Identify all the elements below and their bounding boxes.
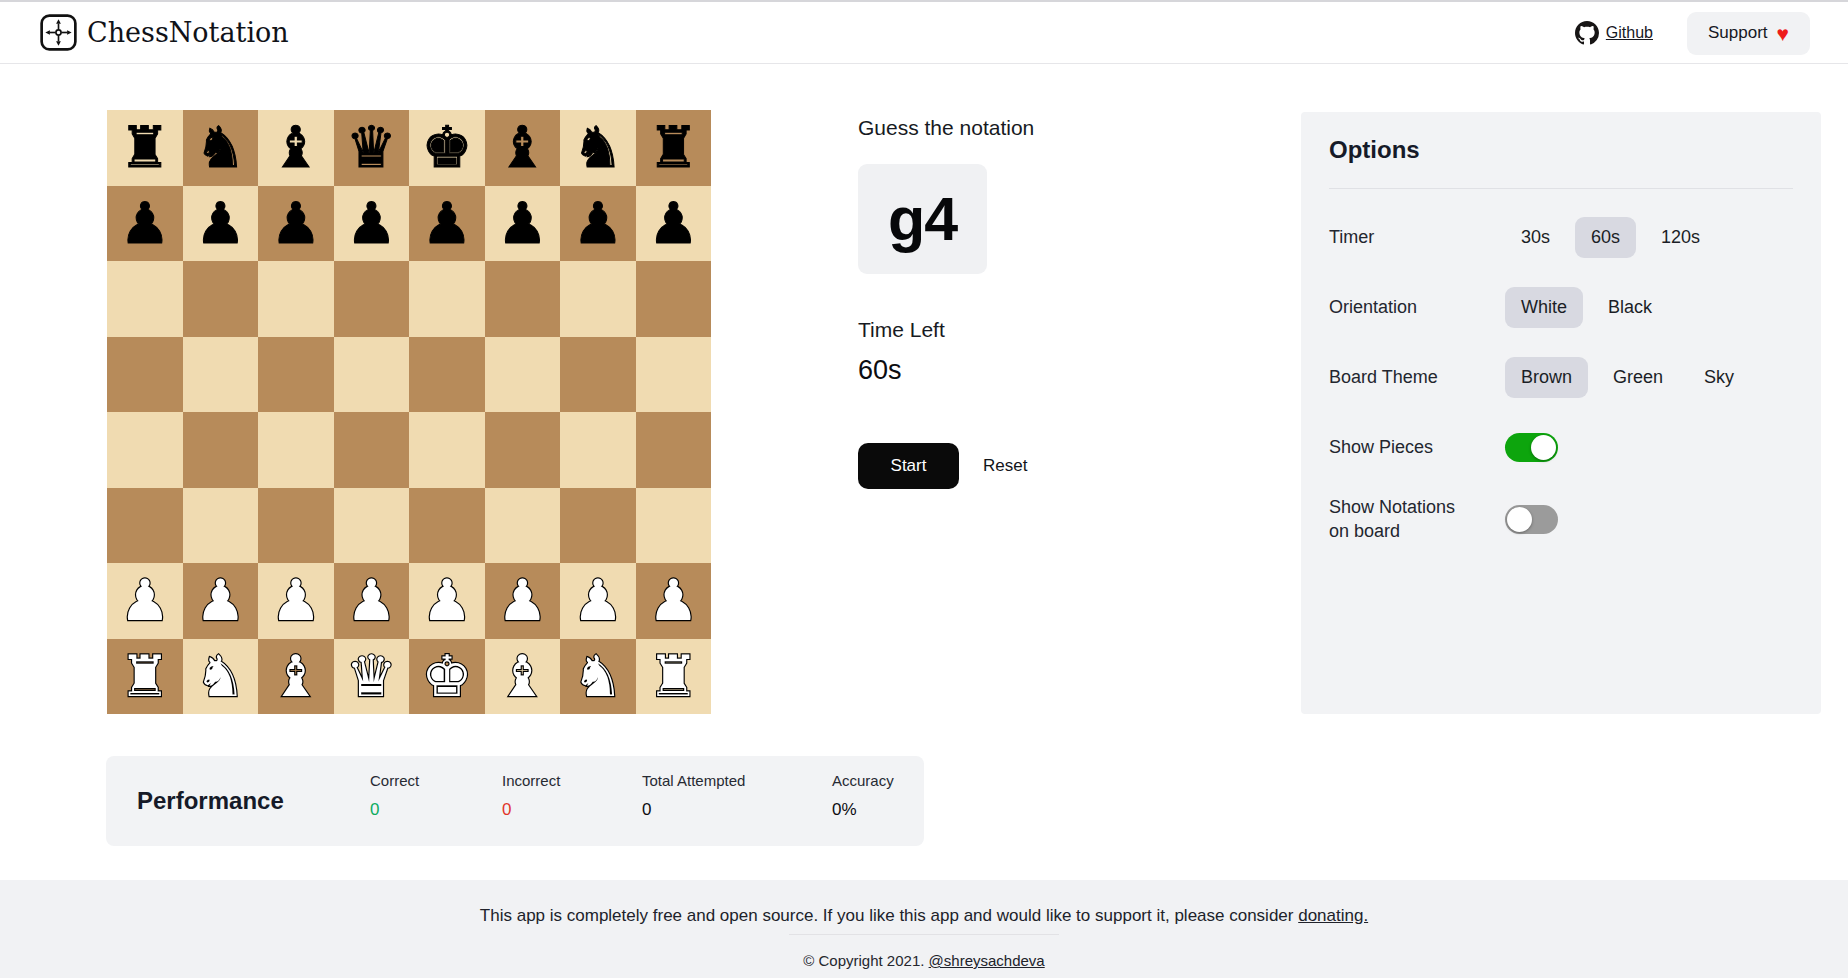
- black-pawn-piece: ♟: [572, 195, 623, 252]
- square-a6[interactable]: [107, 261, 183, 337]
- square-g6[interactable]: [560, 261, 636, 337]
- square-f5[interactable]: [485, 337, 561, 413]
- white-bishop-piece: ♝: [270, 648, 321, 705]
- white-rook-piece: ♜: [119, 648, 170, 705]
- time-left-value: 60s: [858, 355, 1138, 386]
- orientation-choice-white[interactable]: White: [1505, 287, 1583, 328]
- square-d8[interactable]: ♛: [334, 110, 410, 186]
- move-arrows-logo-icon: [40, 14, 77, 51]
- board-theme-label: Board Theme: [1329, 365, 1505, 389]
- app-title: ChessNotation: [87, 17, 289, 48]
- square-e5[interactable]: [409, 337, 485, 413]
- options-panel: Options Timer 30s 60s 120s Orientation W…: [1301, 112, 1821, 714]
- black-rook-piece: ♜: [648, 119, 699, 176]
- show-pieces-label: Show Pieces: [1329, 435, 1505, 459]
- toggle-knob: [1531, 435, 1556, 460]
- black-pawn-piece: ♟: [270, 195, 321, 252]
- square-g5[interactable]: [560, 337, 636, 413]
- square-f3[interactable]: [485, 488, 561, 564]
- stat-accuracy: Accuracy 0%: [832, 772, 894, 820]
- notation-to-guess: g4: [888, 184, 957, 254]
- square-d2[interactable]: ♟: [334, 563, 410, 639]
- square-b8[interactable]: ♞: [183, 110, 259, 186]
- square-f6[interactable]: [485, 261, 561, 337]
- black-bishop-piece: ♝: [497, 119, 548, 176]
- chess-board: ♜♞♝♛♚♝♞♜♟♟♟♟♟♟♟♟♟♟♟♟♟♟♟♟♜♞♝♛♚♝♞♜: [107, 110, 711, 714]
- square-b2[interactable]: ♟: [183, 563, 259, 639]
- support-button-label: Support: [1708, 23, 1768, 43]
- github-icon: [1575, 21, 1599, 45]
- app-logo[interactable]: ChessNotation: [40, 14, 289, 51]
- white-pawn-piece: ♟: [270, 572, 321, 629]
- author-link[interactable]: @shreysachdeva: [929, 952, 1045, 969]
- heart-icon: ♥: [1777, 23, 1789, 44]
- board-theme-choice-sky[interactable]: Sky: [1688, 357, 1750, 398]
- square-c4[interactable]: [258, 412, 334, 488]
- stat-incorrect: Incorrect 0: [502, 772, 560, 820]
- board-theme-choice-brown[interactable]: Brown: [1505, 357, 1588, 398]
- square-a3[interactable]: [107, 488, 183, 564]
- square-e4[interactable]: [409, 412, 485, 488]
- square-e8[interactable]: ♚: [409, 110, 485, 186]
- black-bishop-piece: ♝: [270, 119, 321, 176]
- stat-accuracy-value: 0%: [832, 800, 894, 820]
- square-g4[interactable]: [560, 412, 636, 488]
- square-a4[interactable]: [107, 412, 183, 488]
- square-b5[interactable]: [183, 337, 259, 413]
- square-c8[interactable]: ♝: [258, 110, 334, 186]
- square-h1[interactable]: ♜: [636, 639, 712, 715]
- orientation-label: Orientation: [1329, 295, 1505, 319]
- copyright-text: © Copyright 2021.: [803, 952, 928, 969]
- stat-total-attempted-value: 0: [642, 800, 745, 820]
- footer-message: This app is completely free and open sou…: [480, 906, 1298, 925]
- square-c3[interactable]: [258, 488, 334, 564]
- stat-incorrect-value: 0: [502, 800, 560, 820]
- black-queen-piece: ♛: [346, 119, 397, 176]
- square-e6[interactable]: [409, 261, 485, 337]
- options-title: Options: [1329, 136, 1793, 164]
- quiz-prompt: Guess the notation: [858, 116, 1138, 140]
- footer-divider: [789, 934, 1059, 935]
- square-a1[interactable]: ♜: [107, 639, 183, 715]
- square-h5[interactable]: [636, 337, 712, 413]
- square-d4[interactable]: [334, 412, 410, 488]
- github-link[interactable]: Github: [1575, 21, 1653, 45]
- square-h8[interactable]: ♜: [636, 110, 712, 186]
- white-pawn-piece: ♟: [421, 572, 472, 629]
- square-e7[interactable]: ♟: [409, 186, 485, 262]
- stat-correct-value: 0: [370, 800, 419, 820]
- black-knight-piece: ♞: [572, 119, 623, 176]
- square-a8[interactable]: ♜: [107, 110, 183, 186]
- square-c5[interactable]: [258, 337, 334, 413]
- square-f7[interactable]: ♟: [485, 186, 561, 262]
- white-knight-piece: ♞: [195, 648, 246, 705]
- board-theme-option-row: Board Theme Brown Green Sky: [1329, 355, 1793, 399]
- square-g8[interactable]: ♞: [560, 110, 636, 186]
- support-button[interactable]: Support ♥: [1687, 12, 1810, 55]
- stat-accuracy-label: Accuracy: [832, 772, 894, 789]
- black-rook-piece: ♜: [119, 119, 170, 176]
- square-c1[interactable]: ♝: [258, 639, 334, 715]
- show-notations-toggle[interactable]: [1505, 505, 1558, 534]
- black-pawn-piece: ♟: [497, 195, 548, 252]
- timer-choice-30s[interactable]: 30s: [1505, 217, 1566, 258]
- reset-button[interactable]: Reset: [983, 456, 1027, 476]
- black-knight-piece: ♞: [195, 119, 246, 176]
- white-pawn-piece: ♟: [648, 572, 699, 629]
- square-h7[interactable]: ♟: [636, 186, 712, 262]
- square-f1[interactable]: ♝: [485, 639, 561, 715]
- square-b4[interactable]: [183, 412, 259, 488]
- square-h3[interactable]: [636, 488, 712, 564]
- square-b1[interactable]: ♞: [183, 639, 259, 715]
- square-b7[interactable]: ♟: [183, 186, 259, 262]
- header: ChessNotation Github Support ♥: [0, 2, 1848, 64]
- square-g3[interactable]: [560, 488, 636, 564]
- stat-correct-label: Correct: [370, 772, 419, 789]
- square-h4[interactable]: [636, 412, 712, 488]
- stat-correct: Correct 0: [370, 772, 419, 820]
- white-pawn-piece: ♟: [346, 572, 397, 629]
- square-d5[interactable]: [334, 337, 410, 413]
- donate-link[interactable]: donating.: [1298, 906, 1368, 925]
- show-pieces-toggle[interactable]: [1505, 433, 1558, 462]
- stat-total-attempted: Total Attempted 0: [642, 772, 745, 820]
- board-theme-choice-green[interactable]: Green: [1597, 357, 1679, 398]
- black-pawn-piece: ♟: [346, 195, 397, 252]
- square-d7[interactable]: ♟: [334, 186, 410, 262]
- square-f4[interactable]: [485, 412, 561, 488]
- square-h2[interactable]: ♟: [636, 563, 712, 639]
- square-a2[interactable]: ♟: [107, 563, 183, 639]
- square-b6[interactable]: [183, 261, 259, 337]
- black-pawn-piece: ♟: [195, 195, 246, 252]
- show-pieces-option-row: Show Pieces: [1329, 425, 1793, 469]
- black-pawn-piece: ♟: [119, 195, 170, 252]
- square-c7[interactable]: ♟: [258, 186, 334, 262]
- square-g1[interactable]: ♞: [560, 639, 636, 715]
- square-h6[interactable]: [636, 261, 712, 337]
- black-pawn-piece: ♟: [648, 195, 699, 252]
- timer-choice-60s[interactable]: 60s: [1575, 217, 1636, 258]
- white-pawn-piece: ♟: [497, 572, 548, 629]
- github-link-label: Github: [1606, 24, 1653, 42]
- white-pawn-piece: ♟: [119, 572, 170, 629]
- square-d3[interactable]: [334, 488, 410, 564]
- square-g7[interactable]: ♟: [560, 186, 636, 262]
- black-pawn-piece: ♟: [421, 195, 472, 252]
- square-b3[interactable]: [183, 488, 259, 564]
- white-pawn-piece: ♟: [195, 572, 246, 629]
- timer-option-row: Timer 30s 60s 120s: [1329, 215, 1793, 259]
- square-e3[interactable]: [409, 488, 485, 564]
- stat-incorrect-label: Incorrect: [502, 772, 560, 789]
- square-e2[interactable]: ♟: [409, 563, 485, 639]
- white-bishop-piece: ♝: [497, 648, 548, 705]
- start-button[interactable]: Start: [858, 443, 959, 489]
- white-knight-piece: ♞: [572, 648, 623, 705]
- orientation-choice-black[interactable]: Black: [1592, 287, 1668, 328]
- square-d6[interactable]: [334, 261, 410, 337]
- square-f2[interactable]: ♟: [485, 563, 561, 639]
- show-notations-label: Show Notations on board: [1329, 495, 1479, 544]
- timer-choice-120s[interactable]: 120s: [1645, 217, 1716, 258]
- square-g2[interactable]: ♟: [560, 563, 636, 639]
- show-notations-option-row: Show Notations on board: [1329, 495, 1793, 544]
- square-c6[interactable]: [258, 261, 334, 337]
- white-pawn-piece: ♟: [572, 572, 623, 629]
- quiz-panel: Guess the notation g4 Time Left 60s Star…: [858, 116, 1138, 489]
- stat-total-attempted-label: Total Attempted: [642, 772, 745, 789]
- white-king-piece: ♚: [421, 648, 472, 705]
- notation-box: g4: [858, 164, 987, 274]
- time-left-label: Time Left: [858, 318, 1138, 342]
- square-f8[interactable]: ♝: [485, 110, 561, 186]
- performance-title: Performance: [137, 787, 284, 815]
- square-a7[interactable]: ♟: [107, 186, 183, 262]
- options-divider: [1329, 188, 1793, 189]
- toggle-knob: [1507, 507, 1532, 532]
- square-e1[interactable]: ♚: [409, 639, 485, 715]
- white-rook-piece: ♜: [648, 648, 699, 705]
- square-a5[interactable]: [107, 337, 183, 413]
- orientation-option-row: Orientation White Black: [1329, 285, 1793, 329]
- performance-panel: Performance Correct 0 Incorrect 0 Total …: [106, 756, 924, 846]
- white-queen-piece: ♛: [346, 648, 397, 705]
- black-king-piece: ♚: [421, 119, 472, 176]
- footer: This app is completely free and open sou…: [0, 880, 1848, 978]
- square-c2[interactable]: ♟: [258, 563, 334, 639]
- timer-label: Timer: [1329, 225, 1505, 249]
- square-d1[interactable]: ♛: [334, 639, 410, 715]
